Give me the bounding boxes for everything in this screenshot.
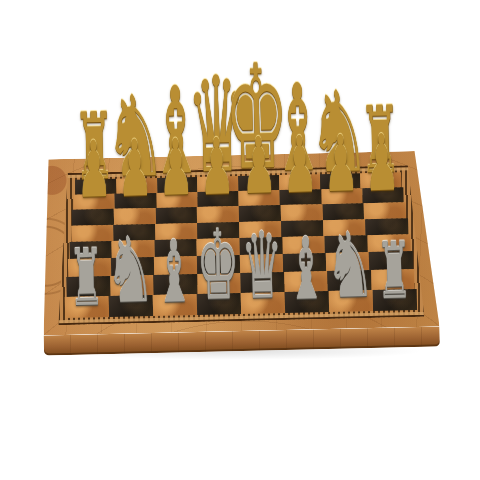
piece-silver-rook-a1: ♜: [68, 238, 105, 317]
piece-silver-queen-e1: ♛: [240, 220, 283, 313]
piece-gold-pawn-h7: ♟: [364, 123, 401, 202]
square-d7: ♟: [197, 191, 239, 207]
playing-area: ♜♞♝♛♚♝♞♜♟♟♟♟♟♟♟♟♜♞♝♚♛♝♞♜: [40, 172, 439, 319]
square-f7: ♟: [280, 189, 322, 205]
square-g1: ♞: [329, 290, 373, 312]
piece-gold-pawn-b7: ♟: [116, 129, 153, 208]
square-d1: ♚: [197, 293, 241, 315]
piece-silver-bishop-c1: ♝: [154, 228, 194, 315]
product-photo-stage: ♜♞♝♛♚♝♞♜♟♟♟♟♟♟♟♟♜♞♝♚♛♝♞♜: [0, 0, 480, 480]
square-e7: ♟: [238, 190, 280, 206]
piece-silver-knight-b1: ♞: [104, 225, 156, 316]
rank-1: ♜♞♝♚♛♝♞♜: [65, 289, 417, 318]
piece-gold-pawn-d7: ♟: [199, 127, 236, 206]
square-g7: ♟: [321, 188, 363, 204]
square-f1: ♝: [285, 291, 329, 313]
piece-silver-knight-g1: ♞: [324, 220, 376, 311]
square-c1: ♝: [153, 294, 197, 316]
square-b1: ♞: [109, 295, 153, 317]
square-e1: ♛: [241, 292, 285, 314]
piece-silver-bishop-f1: ♝: [286, 225, 326, 312]
square-a7: ♟: [73, 194, 115, 210]
square-b7: ♟: [115, 193, 157, 209]
square-h7: ♟: [362, 187, 404, 203]
piece-silver-king-d1: ♚: [195, 217, 240, 314]
piece-gold-pawn-a7: ♟: [75, 130, 112, 209]
chessboard: ♜♞♝♛♚♝♞♜♟♟♟♟♟♟♟♟♜♞♝♚♛♝♞♜: [40, 151, 440, 356]
square-a1: ♜: [65, 296, 109, 318]
square-h1: ♜: [373, 289, 417, 311]
piece-gold-pawn-e7: ♟: [240, 126, 277, 205]
piece-gold-pawn-g7: ♟: [323, 124, 360, 203]
square-c7: ♟: [156, 192, 198, 208]
piece-gold-pawn-c7: ♟: [158, 128, 195, 207]
piece-silver-rook-h1: ♜: [376, 231, 413, 310]
piece-gold-pawn-f7: ♟: [281, 125, 318, 204]
